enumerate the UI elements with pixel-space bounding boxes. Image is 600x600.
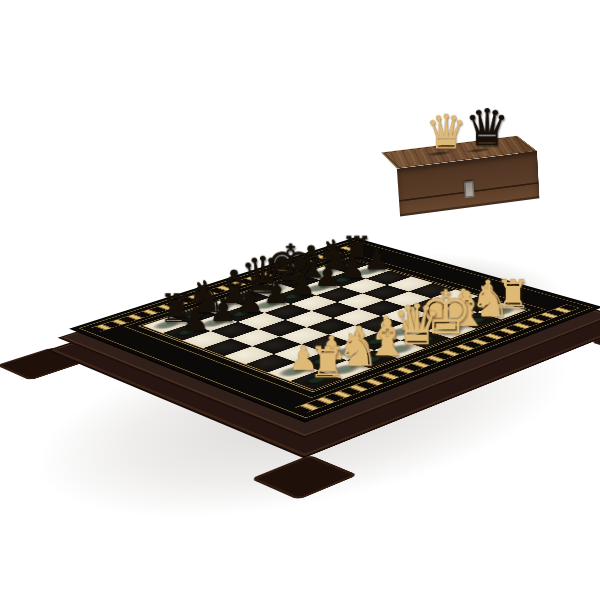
black-queen-glyph: ♛ [464, 102, 498, 153]
piece-white-queen[interactable]: ♛ [420, 149, 459, 159]
storage-box: ♛♛ [384, 182, 539, 217]
black-pawn-glyph: ♟ [178, 304, 212, 335]
storage-box-clasp-icon [464, 181, 475, 199]
chess-set-photo-scene: ♜♞♝♛♚♝♞♜♟♟♟♟♟♟♟♟♟♟♟♟♟♟♟♟♜♞♝♛♚♝♞♜ ♛♛ [0, 0, 600, 600]
white-queen-glyph: ♛ [425, 109, 459, 156]
white-rook-glyph: ♜ [308, 341, 345, 384]
